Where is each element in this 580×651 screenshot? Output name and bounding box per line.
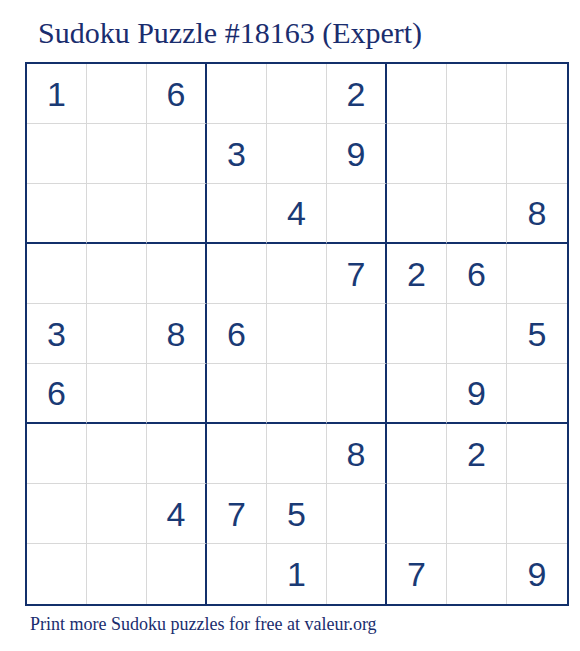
cell-r8c4: 7 [207, 484, 267, 544]
cell-r1c2 [87, 64, 147, 124]
cell-r7c1 [27, 424, 87, 484]
cell-r8c2 [87, 484, 147, 544]
cell-r1c6: 2 [327, 64, 387, 124]
cell-r1c7 [387, 64, 447, 124]
cell-r5c9: 5 [507, 304, 567, 364]
cell-r9c5: 1 [267, 544, 327, 604]
sudoku-page: Sudoku Puzzle #18163 (Expert) 1623948726… [0, 0, 580, 651]
cell-r7c3 [147, 424, 207, 484]
cell-r8c7 [387, 484, 447, 544]
cell-r6c8: 9 [447, 364, 507, 424]
cell-r6c9 [507, 364, 567, 424]
cell-r1c9 [507, 64, 567, 124]
cell-r8c6 [327, 484, 387, 544]
cell-r3c8 [447, 184, 507, 244]
cell-r7c5 [267, 424, 327, 484]
cell-r6c1: 6 [27, 364, 87, 424]
page-title: Sudoku Puzzle #18163 (Expert) [38, 16, 422, 49]
cell-r4c2 [87, 244, 147, 304]
cell-r9c1 [27, 544, 87, 604]
cell-r7c8: 2 [447, 424, 507, 484]
cell-r8c5: 5 [267, 484, 327, 544]
cell-r6c3 [147, 364, 207, 424]
cell-r9c6 [327, 544, 387, 604]
cell-r9c2 [87, 544, 147, 604]
cell-r4c4 [207, 244, 267, 304]
sudoku-board: 162394872638656982475179 [25, 62, 569, 606]
cell-r6c6 [327, 364, 387, 424]
cell-r2c6: 9 [327, 124, 387, 184]
cell-r1c5 [267, 64, 327, 124]
footer-credit-text: Print more Sudoku puzzles for free at va… [30, 614, 377, 635]
cell-r3c4 [207, 184, 267, 244]
cell-r9c4 [207, 544, 267, 604]
cell-r4c6: 7 [327, 244, 387, 304]
cell-r4c9 [507, 244, 567, 304]
cell-r7c6: 8 [327, 424, 387, 484]
cell-r2c1 [27, 124, 87, 184]
cell-r6c5 [267, 364, 327, 424]
cell-r7c2 [87, 424, 147, 484]
cell-r5c4: 6 [207, 304, 267, 364]
cell-r9c8 [447, 544, 507, 604]
cell-r1c4 [207, 64, 267, 124]
cell-r1c8 [447, 64, 507, 124]
cell-r5c3: 8 [147, 304, 207, 364]
cell-r2c9 [507, 124, 567, 184]
cell-r6c2 [87, 364, 147, 424]
cell-r1c3: 6 [147, 64, 207, 124]
cell-r2c7 [387, 124, 447, 184]
cell-r8c3: 4 [147, 484, 207, 544]
cell-r4c1 [27, 244, 87, 304]
cell-r8c9 [507, 484, 567, 544]
cell-r8c1 [27, 484, 87, 544]
cell-r3c7 [387, 184, 447, 244]
cell-r3c9: 8 [507, 184, 567, 244]
cell-r2c5 [267, 124, 327, 184]
cell-r3c5: 4 [267, 184, 327, 244]
cell-r3c1 [27, 184, 87, 244]
cell-r7c4 [207, 424, 267, 484]
cell-r4c5 [267, 244, 327, 304]
cell-r5c6 [327, 304, 387, 364]
cell-r1c1: 1 [27, 64, 87, 124]
cell-r7c9 [507, 424, 567, 484]
cell-r2c8 [447, 124, 507, 184]
cell-r4c3 [147, 244, 207, 304]
cell-r5c5 [267, 304, 327, 364]
cell-r2c3 [147, 124, 207, 184]
cell-r2c2 [87, 124, 147, 184]
cell-r9c3 [147, 544, 207, 604]
cell-r2c4: 3 [207, 124, 267, 184]
cell-r6c7 [387, 364, 447, 424]
cell-r9c9: 9 [507, 544, 567, 604]
cell-r5c8 [447, 304, 507, 364]
cell-r3c2 [87, 184, 147, 244]
cell-r8c8 [447, 484, 507, 544]
cell-r4c7: 2 [387, 244, 447, 304]
cell-r4c8: 6 [447, 244, 507, 304]
cell-r9c7: 7 [387, 544, 447, 604]
cell-r7c7 [387, 424, 447, 484]
cell-r6c4 [207, 364, 267, 424]
cell-r5c7 [387, 304, 447, 364]
cell-r5c2 [87, 304, 147, 364]
cell-r5c1: 3 [27, 304, 87, 364]
cell-r3c3 [147, 184, 207, 244]
cell-r3c6 [327, 184, 387, 244]
